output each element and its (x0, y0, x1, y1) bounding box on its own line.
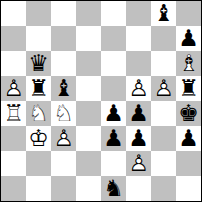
square-d8[interactable] (76, 1, 101, 26)
piece-white-pawn-outline: ♙ (51, 126, 76, 151)
square-d1[interactable] (76, 176, 101, 201)
square-f8[interactable] (126, 1, 151, 26)
square-a7[interactable] (1, 26, 26, 51)
square-a5[interactable]: ♟♙ (1, 76, 26, 101)
piece-black-pawn: ♟ (176, 26, 201, 51)
piece-black-bishop-glyph: ♝ (151, 1, 176, 26)
square-g8[interactable]: ♝ (151, 1, 176, 26)
piece-black-pawn: ♟ (126, 101, 151, 126)
square-b4[interactable]: ♞♘ (26, 101, 51, 126)
square-e8[interactable] (101, 1, 126, 26)
square-g6[interactable] (151, 51, 176, 76)
piece-white-king: ♚♔ (26, 126, 51, 151)
square-a4[interactable]: ♜♖ (1, 101, 26, 126)
square-b8[interactable] (26, 1, 51, 26)
square-b5[interactable]: ♜ (26, 76, 51, 101)
piece-white-pawn-outline: ♙ (151, 76, 176, 101)
square-h7[interactable]: ♟ (176, 26, 201, 51)
square-e6[interactable] (101, 51, 126, 76)
square-a6[interactable] (1, 51, 26, 76)
square-e3[interactable]: ♟ (101, 126, 126, 151)
square-b2[interactable] (26, 151, 51, 176)
piece-black-pawn-glyph: ♟ (126, 101, 151, 126)
square-e1[interactable]: ♞ (101, 176, 126, 201)
square-b7[interactable] (26, 26, 51, 51)
square-f3[interactable]: ♟ (126, 126, 151, 151)
piece-white-knight-outline: ♘ (51, 101, 76, 126)
piece-black-pawn-glyph: ♟ (126, 126, 151, 151)
piece-black-knight: ♞ (101, 176, 126, 201)
piece-black-rook-glyph: ♜ (26, 76, 51, 101)
piece-black-pawn: ♟ (101, 101, 126, 126)
piece-black-pawn-glyph: ♟ (176, 126, 201, 151)
square-d6[interactable] (76, 51, 101, 76)
piece-black-pawn: ♟ (176, 126, 201, 151)
piece-white-pawn-outline: ♙ (126, 76, 151, 101)
square-e2[interactable] (101, 151, 126, 176)
piece-black-knight-glyph: ♞ (101, 176, 126, 201)
chess-board: ♝♟♛♝♗♟♙♜♝♟♙♟♙♜♜♖♞♘♞♘♟♟♚♚♔♟♙♟♟♟♟♙♞ (1, 1, 201, 201)
square-c5[interactable]: ♝ (51, 76, 76, 101)
square-e4[interactable]: ♟ (101, 101, 126, 126)
piece-black-king-glyph: ♚ (176, 101, 201, 126)
piece-black-pawn-glyph: ♟ (101, 126, 126, 151)
piece-white-pawn-outline: ♙ (126, 151, 151, 176)
piece-white-pawn: ♟♙ (51, 126, 76, 151)
square-h3[interactable]: ♟ (176, 126, 201, 151)
square-a1[interactable] (1, 176, 26, 201)
square-f5[interactable]: ♟♙ (126, 76, 151, 101)
square-c3[interactable]: ♟♙ (51, 126, 76, 151)
piece-white-pawn: ♟♙ (126, 76, 151, 101)
piece-black-pawn: ♟ (101, 126, 126, 151)
square-c6[interactable] (51, 51, 76, 76)
square-e7[interactable] (101, 26, 126, 51)
piece-white-pawn: ♟♙ (126, 151, 151, 176)
square-g5[interactable]: ♟♙ (151, 76, 176, 101)
piece-white-bishop: ♝♗ (176, 51, 201, 76)
square-d7[interactable] (76, 26, 101, 51)
piece-black-pawn: ♟ (126, 126, 151, 151)
piece-white-rook-outline: ♖ (1, 101, 26, 126)
piece-black-rook: ♜ (26, 76, 51, 101)
square-f1[interactable] (126, 176, 151, 201)
square-c8[interactable] (51, 1, 76, 26)
square-h8[interactable] (176, 1, 201, 26)
square-e5[interactable] (101, 76, 126, 101)
piece-black-queen-glyph: ♛ (26, 51, 51, 76)
piece-black-rook-glyph: ♜ (176, 76, 201, 101)
square-b3[interactable]: ♚♔ (26, 126, 51, 151)
square-f6[interactable] (126, 51, 151, 76)
square-d3[interactable] (76, 126, 101, 151)
square-d5[interactable] (76, 76, 101, 101)
square-h5[interactable]: ♜ (176, 76, 201, 101)
piece-white-king-outline: ♔ (26, 126, 51, 151)
square-a3[interactable] (1, 126, 26, 151)
piece-white-bishop-outline: ♗ (176, 51, 201, 76)
piece-white-pawn-outline: ♙ (1, 76, 26, 101)
square-c1[interactable] (51, 176, 76, 201)
piece-black-pawn-glyph: ♟ (176, 26, 201, 51)
square-b1[interactable] (26, 176, 51, 201)
square-c7[interactable] (51, 26, 76, 51)
square-g2[interactable] (151, 151, 176, 176)
square-d2[interactable] (76, 151, 101, 176)
square-f7[interactable] (126, 26, 151, 51)
piece-white-knight: ♞♘ (51, 101, 76, 126)
square-a8[interactable] (1, 1, 26, 26)
piece-white-knight-outline: ♘ (26, 101, 51, 126)
piece-black-bishop: ♝ (151, 1, 176, 26)
piece-black-rook: ♜ (176, 76, 201, 101)
square-c4[interactable]: ♞♘ (51, 101, 76, 126)
square-d4[interactable] (76, 101, 101, 126)
square-h6[interactable]: ♝♗ (176, 51, 201, 76)
square-g3[interactable] (151, 126, 176, 151)
square-f4[interactable]: ♟ (126, 101, 151, 126)
square-f2[interactable]: ♟♙ (126, 151, 151, 176)
piece-black-queen: ♛ (26, 51, 51, 76)
piece-black-bishop: ♝ (51, 76, 76, 101)
piece-black-king: ♚ (176, 101, 201, 126)
square-g4[interactable] (151, 101, 176, 126)
piece-white-knight: ♞♘ (26, 101, 51, 126)
square-g7[interactable] (151, 26, 176, 51)
square-c2[interactable] (51, 151, 76, 176)
square-h4[interactable]: ♚ (176, 101, 201, 126)
piece-black-bishop-glyph: ♝ (51, 76, 76, 101)
square-a2[interactable] (1, 151, 26, 176)
piece-white-rook: ♜♖ (1, 101, 26, 126)
square-h2[interactable] (176, 151, 201, 176)
square-h1[interactable] (176, 176, 201, 201)
piece-black-pawn-glyph: ♟ (101, 101, 126, 126)
piece-white-pawn: ♟♙ (1, 76, 26, 101)
chess-board-frame: ♝♟♛♝♗♟♙♜♝♟♙♟♙♜♜♖♞♘♞♘♟♟♚♚♔♟♙♟♟♟♟♙♞ (0, 0, 202, 202)
piece-white-pawn: ♟♙ (151, 76, 176, 101)
square-g1[interactable] (151, 176, 176, 201)
square-b6[interactable]: ♛ (26, 51, 51, 76)
